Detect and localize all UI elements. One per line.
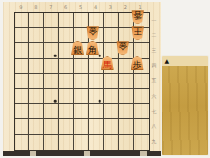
rank-labels: 一二三四五六七八九 <box>150 12 159 149</box>
square-8-1[interactable] <box>29 13 44 28</box>
komadai-header: ▲ <box>162 56 208 66</box>
square-8-8[interactable] <box>29 119 44 134</box>
square-3-1[interactable] <box>104 13 119 28</box>
piece-kanji: 馬 <box>103 59 112 71</box>
rank-label-9: 九 <box>150 134 159 149</box>
square-7-1[interactable] <box>44 13 59 28</box>
file-label-1: 1 <box>133 3 148 11</box>
square-4-8[interactable] <box>89 119 104 134</box>
square-8-3[interactable] <box>29 43 44 58</box>
square-7-2[interactable] <box>44 28 59 43</box>
square-7-3[interactable] <box>44 43 59 58</box>
file-label-5: 5 <box>73 3 88 11</box>
square-2-7[interactable] <box>119 104 134 119</box>
square-8-5[interactable] <box>29 74 44 89</box>
square-3-5[interactable] <box>104 74 119 89</box>
square-7-7[interactable] <box>44 104 59 119</box>
square-1-7[interactable] <box>134 104 149 119</box>
rank-label-2: 二 <box>150 27 159 42</box>
rank-label-7: 七 <box>150 103 159 118</box>
square-2-8[interactable] <box>119 119 134 134</box>
square-3-7[interactable] <box>104 104 119 119</box>
square-8-7[interactable] <box>29 104 44 119</box>
square-8-9[interactable] <box>29 135 44 150</box>
square-4-4[interactable] <box>89 59 104 74</box>
square-9-3[interactable] <box>15 43 30 58</box>
board-bottom-edge <box>3 151 161 156</box>
square-9-5[interactable] <box>15 74 30 89</box>
square-7-5[interactable] <box>44 74 59 89</box>
square-6-1[interactable] <box>59 13 74 28</box>
square-3-6[interactable] <box>104 89 119 104</box>
square-6-6[interactable] <box>59 89 74 104</box>
square-4-7[interactable] <box>89 104 104 119</box>
square-1-5[interactable] <box>134 74 149 89</box>
rank-label-6: 六 <box>150 88 159 103</box>
rank-label-8: 八 <box>150 118 159 133</box>
square-5-6[interactable] <box>74 89 89 104</box>
square-8-4[interactable] <box>29 59 44 74</box>
square-2-6[interactable] <box>119 89 134 104</box>
square-6-4[interactable] <box>59 59 74 74</box>
rank-label-4: 四 <box>150 58 159 73</box>
piece-kanji: 香 <box>133 10 142 22</box>
square-9-2[interactable] <box>15 28 30 43</box>
square-7-8[interactable] <box>44 119 59 134</box>
square-3-3[interactable] <box>104 43 119 58</box>
square-9-7[interactable] <box>15 104 30 119</box>
square-6-5[interactable] <box>59 74 74 89</box>
square-9-1[interactable] <box>15 13 30 28</box>
square-1-6[interactable] <box>134 89 149 104</box>
square-2-9[interactable] <box>119 135 134 150</box>
square-6-2[interactable] <box>59 28 74 43</box>
square-5-1[interactable] <box>74 13 89 28</box>
square-9-6[interactable] <box>15 89 30 104</box>
hoshi-dot-1 <box>54 54 57 57</box>
piece-kanji: 王 <box>133 26 142 38</box>
file-label-8: 8 <box>28 3 43 11</box>
square-7-6[interactable] <box>44 89 59 104</box>
piece-kanji: 歩 <box>133 59 142 71</box>
file-label-4: 4 <box>88 3 103 11</box>
square-6-3[interactable] <box>59 43 74 58</box>
file-label-2: 2 <box>118 3 133 11</box>
square-1-3[interactable] <box>134 43 149 58</box>
square-5-7[interactable] <box>74 104 89 119</box>
file-label-7: 7 <box>43 3 58 11</box>
square-3-8[interactable] <box>104 119 119 134</box>
square-2-5[interactable] <box>119 74 134 89</box>
square-9-4[interactable] <box>15 59 30 74</box>
screenshot-root: 987654321 一二三四五六七八九 香金王銀角金馬歩 ▲ <box>0 0 210 158</box>
file-label-9: 9 <box>14 3 29 11</box>
square-7-9[interactable] <box>44 135 59 150</box>
hoshi-dot-4 <box>99 100 102 103</box>
rank-label-1: 一 <box>150 12 159 27</box>
square-4-9[interactable] <box>89 135 104 150</box>
square-5-5[interactable] <box>74 74 89 89</box>
square-1-8[interactable] <box>134 119 149 134</box>
file-label-3: 3 <box>103 3 118 11</box>
square-3-9[interactable] <box>104 135 119 150</box>
square-5-8[interactable] <box>74 119 89 134</box>
hoshi-dot-3 <box>54 100 57 103</box>
board-grid <box>14 12 150 151</box>
piece-kanji: 角 <box>88 44 97 56</box>
rank-label-5: 五 <box>150 73 159 88</box>
square-5-4[interactable] <box>74 59 89 74</box>
rank-label-3: 三 <box>150 42 159 57</box>
piece-kanji: 金 <box>88 26 97 38</box>
file-label-6: 6 <box>58 3 73 11</box>
komadai-sente: ▲ <box>162 56 208 155</box>
square-7-4[interactable] <box>44 59 59 74</box>
square-1-9[interactable] <box>134 135 149 150</box>
square-2-4[interactable] <box>119 59 134 74</box>
square-4-1[interactable] <box>89 13 104 28</box>
piece-kanji: 金 <box>118 41 127 53</box>
square-5-9[interactable] <box>74 135 89 150</box>
square-6-7[interactable] <box>59 104 74 119</box>
square-4-5[interactable] <box>89 74 104 89</box>
square-2-1[interactable] <box>119 13 134 28</box>
file-labels: 987654321 <box>14 3 148 11</box>
piece-kanji: 銀 <box>73 44 82 56</box>
square-5-2[interactable] <box>74 28 89 43</box>
shogi-board: 987654321 一二三四五六七八九 香金王銀角金馬歩 <box>3 2 161 151</box>
sente-marker-icon: ▲ <box>165 56 170 66</box>
square-6-9[interactable] <box>59 135 74 150</box>
hoshi-dot-2 <box>99 54 102 57</box>
square-9-9[interactable] <box>15 135 30 150</box>
komadai-tray[interactable] <box>162 66 208 155</box>
square-4-6[interactable] <box>89 89 104 104</box>
square-9-8[interactable] <box>15 119 30 134</box>
square-8-2[interactable] <box>29 28 44 43</box>
square-8-6[interactable] <box>29 89 44 104</box>
square-6-8[interactable] <box>59 119 74 134</box>
